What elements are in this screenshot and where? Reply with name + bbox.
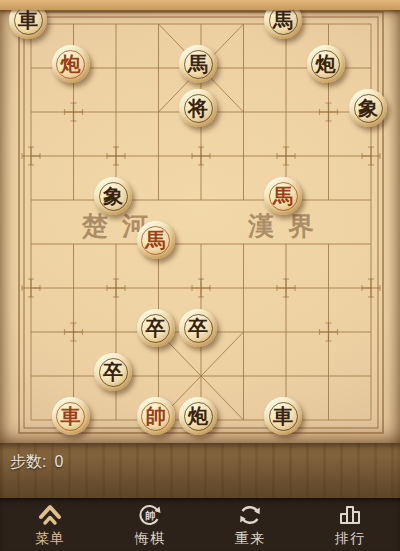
piece-character: 車 xyxy=(52,397,90,435)
piece-grid: 車馬炮馬炮将象象馬馬卒卒卒車帥炮車 xyxy=(10,2,393,442)
piece-black-soldier[interactable]: 卒 xyxy=(179,309,217,347)
piece-red-horse[interactable]: 馬 xyxy=(137,221,175,259)
piece-black-elephant[interactable]: 象 xyxy=(349,89,387,127)
piece-black-soldier[interactable]: 卒 xyxy=(94,353,132,391)
wood-frame-top xyxy=(0,0,400,10)
wood-frame-bottom: 步数:0 xyxy=(0,443,400,498)
piece-character: 車 xyxy=(264,397,302,435)
toolbar-item-undo[interactable]: 帥 悔棋 xyxy=(100,498,200,551)
piece-red-horse[interactable]: 馬 xyxy=(264,177,302,215)
toolbar-label-restart: 重来 xyxy=(235,530,265,548)
piece-character: 馬 xyxy=(137,221,175,259)
toolbar-item-restart[interactable]: 重来 xyxy=(200,498,300,551)
xiangqi-board[interactable]: 楚河 漢界 車馬炮馬炮将象象馬馬卒卒卒車帥炮車 xyxy=(0,10,400,443)
piece-character: 卒 xyxy=(179,309,217,347)
piece-character: 馬 xyxy=(179,45,217,83)
piece-red-general[interactable]: 帥 xyxy=(137,397,175,435)
piece-character: 象 xyxy=(349,89,387,127)
piece-character: 炮 xyxy=(52,45,90,83)
piece-black-cannon[interactable]: 炮 xyxy=(179,397,217,435)
restart-icon xyxy=(237,502,263,528)
step-counter: 步数:0 xyxy=(10,452,63,473)
toolbar-item-menu[interactable]: 菜单 xyxy=(0,498,100,551)
toolbar-label-undo: 悔棋 xyxy=(135,530,165,548)
bottom-toolbar: 菜单 帥 悔棋 重来 排行 xyxy=(0,498,400,551)
step-counter-value: 0 xyxy=(54,453,63,470)
piece-red-cannon[interactable]: 炮 xyxy=(52,45,90,83)
piece-character: 将 xyxy=(179,89,217,127)
piece-black-horse[interactable]: 馬 xyxy=(179,45,217,83)
ranking-icon xyxy=(337,502,363,528)
menu-icon xyxy=(37,502,63,528)
piece-black-general[interactable]: 将 xyxy=(179,89,217,127)
piece-black-chariot[interactable]: 車 xyxy=(264,397,302,435)
piece-black-elephant[interactable]: 象 xyxy=(94,177,132,215)
piece-red-chariot[interactable]: 車 xyxy=(52,397,90,435)
piece-character: 卒 xyxy=(94,353,132,391)
piece-character: 帥 xyxy=(137,397,175,435)
svg-text:帥: 帥 xyxy=(145,510,155,521)
step-counter-label: 步数: xyxy=(10,453,46,470)
piece-black-cannon[interactable]: 炮 xyxy=(307,45,345,83)
piece-character: 卒 xyxy=(137,309,175,347)
piece-character: 象 xyxy=(94,177,132,215)
toolbar-item-ranking[interactable]: 排行 xyxy=(300,498,400,551)
piece-black-soldier[interactable]: 卒 xyxy=(137,309,175,347)
undo-icon: 帥 xyxy=(137,502,163,528)
piece-character: 炮 xyxy=(179,397,217,435)
toolbar-label-ranking: 排行 xyxy=(335,530,365,548)
piece-character: 炮 xyxy=(307,45,345,83)
piece-character: 馬 xyxy=(264,177,302,215)
toolbar-label-menu: 菜单 xyxy=(35,530,65,548)
